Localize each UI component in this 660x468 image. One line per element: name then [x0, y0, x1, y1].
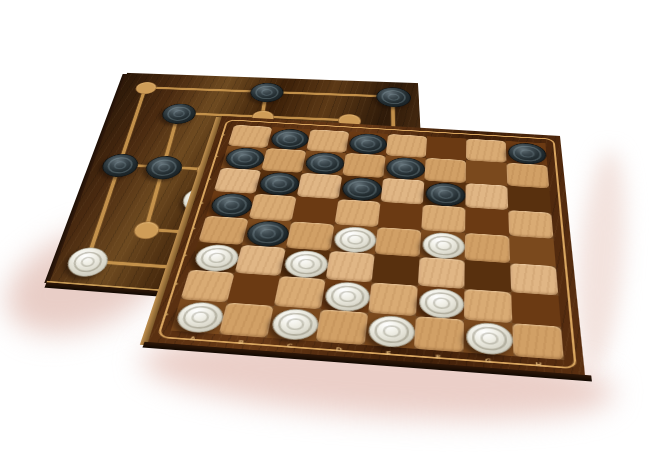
file-label-h: H [535, 361, 543, 368]
rank-marker-dot [215, 155, 218, 157]
square-g3[interactable] [465, 183, 508, 210]
file-label-c: C [286, 343, 294, 350]
square-f4[interactable] [421, 205, 465, 233]
square-h8[interactable] [512, 323, 564, 360]
square-e6[interactable] [372, 254, 420, 286]
square-d4[interactable] [334, 199, 380, 227]
square-d8[interactable] [316, 309, 369, 345]
square-g2[interactable] [466, 160, 508, 185]
file-label-e: E [385, 350, 392, 357]
square-a3[interactable] [214, 168, 261, 194]
rank-marker-dot [200, 202, 204, 204]
square-c3[interactable] [297, 173, 343, 199]
square-h4[interactable] [508, 210, 553, 239]
square-d2[interactable] [342, 153, 385, 178]
square-b4[interactable] [249, 194, 297, 222]
square-b7[interactable] [227, 273, 280, 306]
square-e3[interactable] [381, 178, 425, 205]
square-f6[interactable] [418, 257, 465, 289]
checkers-board: ABCDEFGH [148, 116, 585, 375]
square-h7[interactable] [511, 292, 561, 326]
rank-marker-dot [222, 134, 225, 136]
file-label-d: D [335, 346, 343, 353]
file-label-g: G [485, 357, 492, 364]
square-c7[interactable] [274, 276, 326, 309]
square-b8[interactable] [219, 303, 274, 338]
square-h3[interactable] [507, 186, 551, 213]
square-c4[interactable] [291, 196, 338, 224]
rank-marker-dot [208, 178, 212, 180]
square-e1[interactable] [386, 134, 427, 158]
square-a7[interactable] [181, 270, 235, 303]
square-e7[interactable] [368, 282, 418, 316]
square-g1[interactable] [466, 139, 506, 163]
square-f1[interactable] [426, 136, 467, 160]
square-h2[interactable] [506, 163, 549, 189]
square-d6[interactable] [326, 251, 375, 283]
square-a5[interactable] [198, 216, 249, 245]
checkers-grid [171, 125, 564, 360]
rank-marker-dot [164, 313, 168, 316]
square-c5[interactable] [286, 221, 335, 250]
square-g6[interactable] [464, 260, 511, 292]
product-photo-scene: ABCDEFGH [0, 0, 660, 468]
rank-marker-dot [174, 282, 178, 284]
square-a1[interactable] [228, 125, 273, 148]
square-c1[interactable] [306, 129, 349, 153]
square-e4[interactable] [378, 202, 423, 230]
square-f8[interactable] [414, 316, 464, 352]
square-g5[interactable] [465, 233, 510, 263]
file-label-a: A [189, 335, 197, 342]
square-e5[interactable] [375, 227, 422, 257]
square-h6[interactable] [510, 263, 558, 295]
square-f2[interactable] [424, 158, 466, 183]
rank-marker-dot [183, 254, 187, 256]
square-g4[interactable] [465, 207, 509, 236]
square-h5[interactable] [509, 236, 556, 266]
file-label-f: F [435, 354, 441, 361]
square-g7[interactable] [464, 289, 512, 323]
file-label-b: B [237, 339, 245, 346]
rank-marker-dot [192, 227, 196, 229]
square-b6[interactable] [235, 245, 286, 276]
square-b2[interactable] [261, 148, 306, 173]
